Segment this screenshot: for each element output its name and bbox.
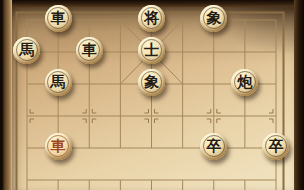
xiangqi-board: 車将象馬車士馬象炮車卒卒: [0, 0, 304, 190]
piece-glyph: 卒: [206, 139, 221, 154]
cell-1-2: 馬: [43, 68, 74, 100]
piece-black-advisor-1[interactable]: 士: [138, 37, 165, 64]
piece-black-elephant-2[interactable]: 象: [138, 69, 165, 96]
piece-black-cannon-1[interactable]: 炮: [231, 69, 258, 96]
piece-black-general-1[interactable]: 将: [138, 5, 165, 32]
piece-grid: 車将象馬車士馬象炮車卒卒: [11, 4, 292, 190]
piece-black-chariot-1[interactable]: 車: [45, 5, 72, 32]
piece-black-elephant-1[interactable]: 象: [200, 5, 227, 32]
cell-2-1: 車: [74, 36, 105, 68]
piece-glyph: 士: [144, 43, 159, 58]
cell-4-1: 士: [136, 36, 167, 68]
piece-black-pawn-2[interactable]: 卒: [262, 133, 289, 160]
piece-glyph: 馬: [51, 75, 66, 90]
piece-black-horse-2[interactable]: 馬: [45, 69, 72, 96]
cell-1-0: 車: [43, 4, 74, 36]
cell-0-1: 馬: [11, 36, 42, 68]
cell-1-4: 車: [43, 132, 74, 164]
piece-black-chariot-2[interactable]: 車: [76, 37, 103, 64]
piece-black-horse-1[interactable]: 馬: [13, 37, 40, 64]
piece-glyph: 車: [51, 139, 66, 154]
cell-4-0: 将: [136, 4, 167, 36]
piece-glyph: 象: [144, 75, 159, 90]
piece-glyph: 車: [82, 43, 97, 58]
piece-glyph: 車: [51, 11, 66, 26]
cell-6-4: 卒: [198, 132, 229, 164]
piece-glyph: 将: [144, 11, 159, 26]
piece-black-pawn-1[interactable]: 卒: [200, 133, 227, 160]
cell-7-2: 炮: [229, 68, 260, 100]
cell-8-4: 卒: [260, 132, 291, 164]
piece-glyph: 炮: [237, 75, 252, 90]
piece-glyph: 象: [206, 11, 221, 26]
cell-4-2: 象: [136, 68, 167, 100]
piece-glyph: 馬: [19, 43, 34, 58]
piece-red-chariot-1[interactable]: 車: [45, 133, 72, 160]
cell-6-0: 象: [198, 4, 229, 36]
piece-glyph: 卒: [268, 139, 283, 154]
